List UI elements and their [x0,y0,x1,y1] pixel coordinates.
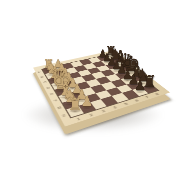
square-anchor [103,80,104,81]
square-h5[interactable] [112,93,129,103]
square-g8[interactable] [135,79,151,87]
square-anchor [106,62,107,63]
square-anchor [71,70,72,71]
square-anchor [116,70,117,71]
square-g4[interactable] [96,90,112,99]
square-d2[interactable] [62,79,76,87]
square-anchor [68,82,69,83]
square-anchor [70,104,72,105]
square-anchor [94,60,95,61]
square-anchor [93,83,94,84]
square-anchor [61,91,62,92]
square-g5[interactable] [106,87,122,96]
square-anchor [87,91,88,92]
square-anchor [139,91,141,92]
square-anchor [76,94,77,95]
square-h2[interactable] [78,103,95,114]
square-anchor [88,77,89,78]
square-f8[interactable] [129,74,144,82]
square-anchor [74,111,76,112]
square-anchor [93,70,94,71]
square-anchor [102,58,103,59]
square-anchor [108,85,109,86]
square-anchor [72,88,73,89]
square-h7[interactable] [132,87,148,96]
square-g7[interactable] [126,82,142,90]
square-anchor [81,100,83,101]
square-f2[interactable] [69,90,84,99]
square-anchor [80,68,81,69]
square-anchor [98,64,99,65]
square-anchor [67,66,68,67]
square-h6[interactable] [122,90,139,99]
square-e2[interactable] [65,84,80,93]
square-anchor [102,68,103,69]
square-anchor [112,77,113,78]
square-e4[interactable] [86,79,101,87]
square-e3[interactable] [76,82,91,90]
square-anchor [89,66,90,67]
square-d1[interactable] [51,81,65,89]
square-anchor [129,94,131,95]
square-anchor [119,97,121,98]
square-anchor [64,77,65,78]
square-e1[interactable] [55,87,70,96]
square-anchor [107,73,108,74]
square-anchor [109,101,111,102]
file-label-c: C [39,79,52,85]
square-anchor [98,88,99,89]
square-f1[interactable] [58,93,74,103]
square-anchor [142,83,143,84]
square-anchor [98,75,99,76]
square-f5[interactable] [101,82,116,90]
square-anchor [83,85,84,86]
square-anchor [149,88,151,89]
square-anchor [121,75,122,76]
square-anchor [110,56,111,57]
square-anchor [74,75,75,76]
square-g3[interactable] [85,93,101,103]
square-anchor [85,62,86,63]
square-h4[interactable] [101,96,118,106]
square-anchor [78,80,79,81]
square-anchor [115,60,116,61]
square-anchor [48,70,49,71]
square-anchor [86,107,88,108]
square-g6[interactable] [116,84,132,93]
file-label-b: B [36,74,49,80]
square-anchor [58,85,59,86]
square-anchor [54,80,55,81]
square-anchor [133,85,134,86]
square-anchor [51,75,52,76]
square-anchor [65,97,66,98]
square-anchor [84,73,85,74]
square-anchor [127,80,128,81]
square-anchor [111,66,112,67]
square-anchor [58,68,59,69]
square-f4[interactable] [91,84,106,93]
square-anchor [125,68,126,69]
square-anchor [61,72,62,73]
square-g1[interactable] [62,99,78,109]
square-anchor [98,104,100,105]
square-anchor [136,78,137,79]
square-f6[interactable] [111,79,126,87]
square-anchor [92,97,93,98]
square-anchor [113,91,114,92]
square-h3[interactable] [90,99,107,109]
chess-set-photo: 12345678 ABCDEFGH ♜♟♞♟♝♟♟♛♜♟♟♚♞♟♟♝♝♟♟♞♛♟… [0,0,180,180]
square-anchor [76,64,77,65]
square-h1[interactable] [67,106,84,117]
square-anchor [130,73,131,74]
square-anchor [103,94,104,95]
square-f3[interactable] [80,87,95,96]
square-anchor [117,83,118,84]
square-anchor [123,88,124,89]
square-anchor [119,64,120,65]
square-g2[interactable] [74,96,90,106]
square-h8[interactable] [142,85,158,94]
